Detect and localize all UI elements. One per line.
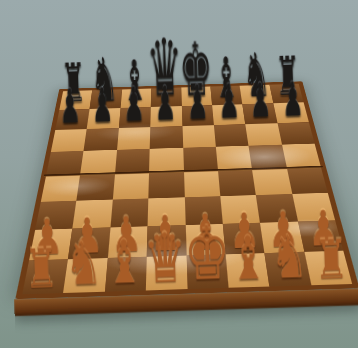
square-h6[interactable]: [277, 122, 314, 145]
square-h1[interactable]: ♜: [303, 250, 351, 285]
square-b1[interactable]: ♞: [63, 257, 107, 292]
black-pawn-piece[interactable]: ♟: [122, 81, 145, 129]
square-e7[interactable]: ♟: [181, 105, 213, 126]
square-g1[interactable]: ♞: [264, 251, 310, 286]
square-b5[interactable]: [80, 150, 116, 175]
square-b6[interactable]: [83, 128, 118, 151]
square-g7[interactable]: ♟: [242, 103, 277, 124]
square-a5[interactable]: [46, 151, 84, 176]
square-d4[interactable]: [148, 171, 184, 198]
board-grid: ♜♞♝♛♚♝♞♜♟♟♟♟♟♟♟♟♟♟♟♟♟♟♟♟♜♞♝♛♚♝♞♜: [22, 83, 352, 293]
square-a7[interactable]: ♟: [55, 109, 90, 130]
square-h7[interactable]: ♟: [273, 102, 309, 123]
black-pawn-piece[interactable]: ♟: [58, 83, 81, 131]
square-c5[interactable]: [114, 149, 149, 174]
square-d5[interactable]: [149, 147, 183, 172]
chessboard-photo: ♜♞♝♛♚♝♞♜♟♟♟♟♟♟♟♟♟♟♟♟♟♟♟♟♜♞♝♛♚♝♞♜: [0, 0, 358, 348]
square-c6[interactable]: [116, 127, 150, 150]
square-f1[interactable]: ♝: [225, 253, 269, 288]
square-f4[interactable]: [217, 169, 255, 196]
square-e5[interactable]: [182, 146, 217, 171]
white-queen-piece[interactable]: ♛: [143, 222, 188, 291]
square-c4[interactable]: [112, 172, 149, 199]
white-rook-piece[interactable]: ♜: [24, 241, 59, 296]
square-g5[interactable]: [248, 144, 286, 168]
black-pawn-piece[interactable]: ♟: [281, 76, 304, 124]
square-e4[interactable]: [183, 170, 220, 197]
square-c1[interactable]: ♝: [104, 256, 146, 291]
square-d1[interactable]: ♛: [145, 255, 186, 290]
black-pawn-piece[interactable]: ♟: [90, 82, 113, 130]
square-a1[interactable]: ♜: [22, 259, 68, 294]
square-g6[interactable]: [245, 123, 281, 146]
square-f7[interactable]: ♟: [211, 104, 245, 125]
square-e6[interactable]: [182, 125, 216, 148]
square-g4[interactable]: [252, 168, 292, 195]
white-knight-piece[interactable]: ♞: [63, 234, 102, 295]
square-f5[interactable]: [215, 145, 251, 170]
chess-board: ♜♞♝♛♚♝♞♜♟♟♟♟♟♟♟♟♟♟♟♟♟♟♟♟♜♞♝♛♚♝♞♜: [15, 81, 358, 299]
square-a4[interactable]: [40, 174, 80, 201]
square-b4[interactable]: [76, 173, 114, 200]
square-d7[interactable]: ♟: [150, 106, 182, 127]
white-bishop-piece[interactable]: ♝: [104, 232, 143, 293]
square-d6[interactable]: [149, 126, 182, 149]
white-king-piece[interactable]: ♚: [182, 215, 230, 290]
square-h4[interactable]: [286, 167, 327, 193]
black-pawn-piece[interactable]: ♟: [249, 77, 272, 125]
white-knight-piece[interactable]: ♞: [270, 227, 309, 288]
white-bishop-piece[interactable]: ♝: [228, 228, 267, 289]
black-pawn-piece[interactable]: ♟: [217, 78, 240, 126]
white-rook-piece[interactable]: ♜: [313, 231, 348, 286]
square-b7[interactable]: ♟: [86, 108, 119, 129]
square-a6[interactable]: [50, 129, 86, 152]
black-pawn-piece[interactable]: ♟: [153, 80, 176, 128]
square-h5[interactable]: [281, 143, 320, 167]
square-c7[interactable]: ♟: [118, 107, 150, 128]
square-f6[interactable]: [213, 124, 248, 147]
black-pawn-piece[interactable]: ♟: [185, 79, 208, 127]
square-e1[interactable]: ♚: [186, 254, 228, 289]
